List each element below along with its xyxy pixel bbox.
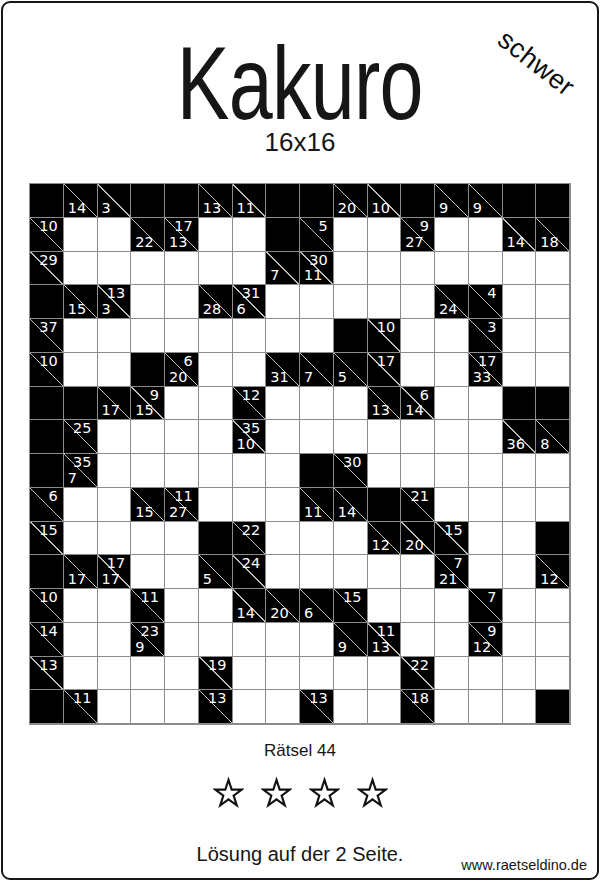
right-clue: 9 bbox=[487, 624, 496, 639]
entry-cell-r1c9[interactable] bbox=[334, 218, 368, 252]
clue-cell-r7c14: 36 bbox=[503, 420, 537, 454]
entry-cell-r6c8[interactable] bbox=[300, 387, 334, 421]
entry-cell-r4c1[interactable] bbox=[64, 319, 98, 353]
block-cell-r6c14 bbox=[503, 387, 537, 421]
down-clue: 14 bbox=[68, 201, 86, 216]
entry-cell-r12c5[interactable] bbox=[199, 589, 233, 623]
entry-cell-r9c15[interactable] bbox=[536, 488, 570, 522]
block-cell-r6c0 bbox=[30, 387, 64, 421]
entry-cell-r15c10[interactable] bbox=[368, 690, 402, 724]
right-clue: 15 bbox=[343, 590, 361, 605]
entry-cell-r2c6[interactable] bbox=[233, 252, 267, 286]
down-clue: 5 bbox=[203, 572, 212, 587]
entry-cell-r13c4[interactable] bbox=[165, 623, 199, 657]
entry-cell-r3c15[interactable] bbox=[536, 285, 570, 319]
entry-cell-r13c7[interactable] bbox=[266, 623, 300, 657]
entry-cell-r14c6[interactable] bbox=[233, 657, 267, 691]
clue-cell-r12c0: 10 bbox=[30, 589, 64, 623]
clue-cell-r12c13: 7 bbox=[469, 589, 503, 623]
clue-cell-r10c6: 22 bbox=[233, 522, 267, 556]
entry-cell-r5c2[interactable] bbox=[98, 353, 132, 387]
clue-cell-r1c14: 14 bbox=[503, 218, 537, 252]
down-clue: 20 bbox=[270, 606, 288, 621]
block-cell-r10c15 bbox=[536, 522, 570, 556]
down-clue: 15 bbox=[68, 302, 86, 317]
down-clue: 18 bbox=[540, 235, 558, 250]
entry-cell-r14c2[interactable] bbox=[98, 657, 132, 691]
clue-cell-r2c8: 1130 bbox=[300, 252, 334, 286]
entry-cell-r14c3[interactable] bbox=[131, 657, 165, 691]
right-clue: 9 bbox=[150, 388, 159, 403]
clue-cell-r2c0: 29 bbox=[30, 252, 64, 286]
right-clue: 31 bbox=[242, 286, 260, 301]
clue-cell-r1c11: 279 bbox=[401, 218, 435, 252]
entry-cell-r3c7[interactable] bbox=[266, 285, 300, 319]
page-title: Kakuro bbox=[177, 31, 423, 135]
entry-cell-r10c9[interactable] bbox=[334, 522, 368, 556]
clue-cell-r13c9: 9 bbox=[334, 623, 368, 657]
entry-cell-r15c7[interactable] bbox=[266, 690, 300, 724]
right-clue: 25 bbox=[73, 421, 91, 436]
clue-cell-r12c9: 15 bbox=[334, 589, 368, 623]
entry-cell-r3c4[interactable] bbox=[165, 285, 199, 319]
entry-cell-r12c11[interactable] bbox=[401, 589, 435, 623]
down-clue: 7 bbox=[68, 471, 77, 486]
entry-cell-r13c1[interactable] bbox=[64, 623, 98, 657]
entry-cell-r5c5[interactable] bbox=[199, 353, 233, 387]
entry-cell-r5c11[interactable] bbox=[401, 353, 435, 387]
clue-cell-r0c9: 20 bbox=[334, 184, 368, 218]
clue-cell-r12c3: 11 bbox=[131, 589, 165, 623]
right-clue: 35 bbox=[242, 421, 260, 436]
right-clue: 37 bbox=[39, 320, 57, 335]
clue-cell-r6c11: 146 bbox=[401, 387, 435, 421]
entry-cell-r15c4[interactable] bbox=[165, 690, 199, 724]
entry-cell-r10c14[interactable] bbox=[503, 522, 537, 556]
entry-cell-r4c3[interactable] bbox=[131, 319, 165, 353]
entry-cell-r14c8[interactable] bbox=[300, 657, 334, 691]
entry-cell-r9c12[interactable] bbox=[435, 488, 469, 522]
entry-cell-r5c14[interactable] bbox=[503, 353, 537, 387]
entry-cell-r11c11[interactable] bbox=[401, 555, 435, 589]
website-url: www.raetseldino.de bbox=[461, 857, 587, 873]
entry-cell-r2c12[interactable] bbox=[435, 252, 469, 286]
clue-cell-r10c12: 15 bbox=[435, 522, 469, 556]
entry-cell-r2c13[interactable] bbox=[469, 252, 503, 286]
entry-cell-r11c10[interactable] bbox=[368, 555, 402, 589]
entry-cell-r4c15[interactable] bbox=[536, 319, 570, 353]
entry-cell-r5c15[interactable] bbox=[536, 353, 570, 387]
entry-cell-r14c7[interactable] bbox=[266, 657, 300, 691]
entry-cell-r6c9[interactable] bbox=[334, 387, 368, 421]
down-clue: 9 bbox=[473, 201, 482, 216]
entry-cell-r13c8[interactable] bbox=[300, 623, 334, 657]
down-clue: 3 bbox=[102, 302, 111, 317]
entry-cell-r7c4[interactable] bbox=[165, 420, 199, 454]
entry-cell-r15c3[interactable] bbox=[131, 690, 165, 724]
entry-cell-r13c11[interactable] bbox=[401, 623, 435, 657]
entry-cell-r3c10[interactable] bbox=[368, 285, 402, 319]
clue-cell-r15c1: 11 bbox=[64, 690, 98, 724]
entry-cell-r14c14[interactable] bbox=[503, 657, 537, 691]
clue-cell-r6c2: 17 bbox=[98, 387, 132, 421]
entry-cell-r15c12[interactable] bbox=[435, 690, 469, 724]
down-clue: 12 bbox=[540, 572, 558, 587]
entry-cell-r10c13[interactable] bbox=[469, 522, 503, 556]
clue-cell-r5c10: 17 bbox=[368, 353, 402, 387]
down-clue: 12 bbox=[473, 640, 491, 655]
block-cell-r0c15 bbox=[536, 184, 570, 218]
down-clue: 33 bbox=[473, 370, 491, 385]
entry-cell-r15c6[interactable] bbox=[233, 690, 267, 724]
entry-cell-r10c8[interactable] bbox=[300, 522, 334, 556]
clue-cell-r13c0: 14 bbox=[30, 623, 64, 657]
right-clue: 13 bbox=[208, 691, 226, 706]
block-cell-r4c9 bbox=[334, 319, 368, 353]
entry-cell-r4c5[interactable] bbox=[199, 319, 233, 353]
right-clue: 6 bbox=[184, 354, 193, 369]
entry-cell-r15c2[interactable] bbox=[98, 690, 132, 724]
entry-cell-r10c1[interactable] bbox=[64, 522, 98, 556]
entry-cell-r2c2[interactable] bbox=[98, 252, 132, 286]
down-clue: 22 bbox=[135, 235, 153, 250]
entry-cell-r4c11[interactable] bbox=[401, 319, 435, 353]
clue-cell-r9c9: 14 bbox=[334, 488, 368, 522]
entry-cell-r13c15[interactable] bbox=[536, 623, 570, 657]
grid-size-subtitle: 16x16 bbox=[0, 129, 600, 155]
entry-cell-r1c13[interactable] bbox=[469, 218, 503, 252]
entry-cell-r5c12[interactable] bbox=[435, 353, 469, 387]
block-cell-r0c7 bbox=[266, 184, 300, 218]
right-clue: 35 bbox=[73, 455, 91, 470]
clue-cell-r15c8: 13 bbox=[300, 690, 334, 724]
clue-cell-r5c9: 5 bbox=[334, 353, 368, 387]
entry-cell-r12c1[interactable] bbox=[64, 589, 98, 623]
entry-cell-r3c11[interactable] bbox=[401, 285, 435, 319]
entry-cell-r1c5[interactable] bbox=[199, 218, 233, 252]
right-clue: 19 bbox=[208, 658, 226, 673]
entry-cell-r8c5[interactable] bbox=[199, 454, 233, 488]
block-cell-r10c5 bbox=[199, 522, 233, 556]
entry-cell-r4c6[interactable] bbox=[233, 319, 267, 353]
right-clue: 13 bbox=[309, 691, 327, 706]
down-clue: 14 bbox=[237, 606, 255, 621]
entry-cell-r7c5[interactable] bbox=[199, 420, 233, 454]
right-clue: 22 bbox=[242, 523, 260, 538]
entry-cell-r12c15[interactable] bbox=[536, 589, 570, 623]
clue-cell-r4c10: 10 bbox=[368, 319, 402, 353]
entry-cell-r8c3[interactable] bbox=[131, 454, 165, 488]
clue-cell-r11c6: 24 bbox=[233, 555, 267, 589]
clue-cell-r1c4: 1317 bbox=[165, 218, 199, 252]
clue-cell-r8c1: 735 bbox=[64, 454, 98, 488]
right-clue: 15 bbox=[39, 523, 57, 538]
clue-cell-r14c0: 13 bbox=[30, 657, 64, 691]
entry-cell-r13c5[interactable] bbox=[199, 623, 233, 657]
entry-cell-r13c6[interactable] bbox=[233, 623, 267, 657]
entry-cell-r15c14[interactable] bbox=[503, 690, 537, 724]
right-clue: 29 bbox=[39, 253, 57, 268]
entry-cell-r8c12[interactable] bbox=[435, 454, 469, 488]
entry-cell-r13c2[interactable] bbox=[98, 623, 132, 657]
right-clue: 17 bbox=[107, 556, 125, 571]
entry-cell-r12c4[interactable] bbox=[165, 589, 199, 623]
entry-cell-r9c7[interactable] bbox=[266, 488, 300, 522]
down-clue: 11 bbox=[304, 505, 322, 520]
star-icon bbox=[213, 776, 244, 809]
clue-cell-r0c13: 9 bbox=[469, 184, 503, 218]
entry-cell-r14c12[interactable] bbox=[435, 657, 469, 691]
entry-cell-r12c2[interactable] bbox=[98, 589, 132, 623]
entry-cell-r9c14[interactable] bbox=[503, 488, 537, 522]
entry-cell-r8c7[interactable] bbox=[266, 454, 300, 488]
entry-cell-r7c9[interactable] bbox=[334, 420, 368, 454]
entry-cell-r3c8[interactable] bbox=[300, 285, 334, 319]
entry-cell-r11c4[interactable] bbox=[165, 555, 199, 589]
entry-cell-r12c10[interactable] bbox=[368, 589, 402, 623]
clue-cell-r0c12: 9 bbox=[435, 184, 469, 218]
entry-cell-r7c10[interactable] bbox=[368, 420, 402, 454]
entry-cell-r5c1[interactable] bbox=[64, 353, 98, 387]
clue-cell-r11c5: 5 bbox=[199, 555, 233, 589]
entry-cell-r2c9[interactable] bbox=[334, 252, 368, 286]
entry-cell-r4c2[interactable] bbox=[98, 319, 132, 353]
block-cell-r0c8 bbox=[300, 184, 334, 218]
down-clue: 27 bbox=[405, 235, 423, 250]
clue-cell-r7c15: 8 bbox=[536, 420, 570, 454]
clue-cell-r11c12: 217 bbox=[435, 555, 469, 589]
block-cell-r11c0 bbox=[30, 555, 64, 589]
entry-cell-r7c13[interactable] bbox=[469, 420, 503, 454]
clue-cell-r5c7: 31 bbox=[266, 353, 300, 387]
block-cell-r8c8 bbox=[300, 454, 334, 488]
entry-cell-r6c4[interactable] bbox=[165, 387, 199, 421]
down-clue: 13 bbox=[203, 201, 221, 216]
entry-cell-r4c7[interactable] bbox=[266, 319, 300, 353]
down-clue: 36 bbox=[507, 437, 525, 452]
entry-cell-r7c3[interactable] bbox=[131, 420, 165, 454]
clue-cell-r4c0: 37 bbox=[30, 319, 64, 353]
right-clue: 10 bbox=[377, 320, 395, 335]
down-clue: 27 bbox=[169, 505, 187, 520]
clue-cell-r8c9: 30 bbox=[334, 454, 368, 488]
down-clue: 17 bbox=[68, 572, 86, 587]
entry-cell-r14c1[interactable] bbox=[64, 657, 98, 691]
down-clue: 7 bbox=[304, 370, 313, 385]
clue-cell-r5c8: 7 bbox=[300, 353, 334, 387]
entry-cell-r7c7[interactable] bbox=[266, 420, 300, 454]
block-cell-r7c0 bbox=[30, 420, 64, 454]
entry-cell-r15c13[interactable] bbox=[469, 690, 503, 724]
right-clue: 5 bbox=[319, 219, 328, 234]
down-clue: 9 bbox=[135, 640, 144, 655]
entry-cell-r10c2[interactable] bbox=[98, 522, 132, 556]
block-cell-r0c0 bbox=[30, 184, 64, 218]
entry-cell-r2c3[interactable] bbox=[131, 252, 165, 286]
block-cell-r6c1 bbox=[64, 387, 98, 421]
entry-cell-r9c1[interactable] bbox=[64, 488, 98, 522]
right-clue: 6 bbox=[420, 388, 429, 403]
clue-cell-r4c13: 3 bbox=[469, 319, 503, 353]
down-clue: 13 bbox=[372, 403, 390, 418]
clue-cell-r13c10: 1311 bbox=[368, 623, 402, 657]
clue-cell-r1c15: 18 bbox=[536, 218, 570, 252]
down-clue: 14 bbox=[338, 505, 356, 520]
clue-cell-r2c7: 7 bbox=[266, 252, 300, 286]
entry-cell-r1c12[interactable] bbox=[435, 218, 469, 252]
entry-cell-r9c6[interactable] bbox=[233, 488, 267, 522]
right-clue: 11 bbox=[377, 624, 395, 639]
clue-cell-r11c2: 1717 bbox=[98, 555, 132, 589]
entry-cell-r6c12[interactable] bbox=[435, 387, 469, 421]
clue-cell-r3c13: 4 bbox=[469, 285, 503, 319]
entry-cell-r6c7[interactable] bbox=[266, 387, 300, 421]
right-clue: 7 bbox=[454, 556, 463, 571]
entry-cell-r3c3[interactable] bbox=[131, 285, 165, 319]
down-clue: 11 bbox=[237, 201, 255, 216]
right-clue: 18 bbox=[411, 691, 429, 706]
entry-cell-r15c9[interactable] bbox=[334, 690, 368, 724]
down-clue: 6 bbox=[304, 606, 313, 621]
entry-cell-r3c9[interactable] bbox=[334, 285, 368, 319]
entry-cell-r7c8[interactable] bbox=[300, 420, 334, 454]
entry-cell-r7c11[interactable] bbox=[401, 420, 435, 454]
entry-cell-r11c9[interactable] bbox=[334, 555, 368, 589]
down-clue: 17 bbox=[102, 572, 120, 587]
entry-cell-r6c5[interactable] bbox=[199, 387, 233, 421]
clue-cell-r6c6: 12 bbox=[233, 387, 267, 421]
clue-cell-r10c11: 20 bbox=[401, 522, 435, 556]
right-clue: 10 bbox=[39, 590, 57, 605]
entry-cell-r9c13[interactable] bbox=[469, 488, 503, 522]
clue-cell-r12c8: 6 bbox=[300, 589, 334, 623]
right-clue: 30 bbox=[309, 253, 327, 268]
entry-cell-r11c3[interactable] bbox=[131, 555, 165, 589]
right-clue: 17 bbox=[478, 354, 496, 369]
entry-cell-r2c15[interactable] bbox=[536, 252, 570, 286]
block-cell-r0c3 bbox=[131, 184, 165, 218]
entry-cell-r9c5[interactable] bbox=[199, 488, 233, 522]
entry-cell-r8c14[interactable] bbox=[503, 454, 537, 488]
star-icon bbox=[357, 776, 388, 809]
entry-cell-r14c15[interactable] bbox=[536, 657, 570, 691]
entry-cell-r11c14[interactable] bbox=[503, 555, 537, 589]
right-clue: 9 bbox=[420, 219, 429, 234]
entry-cell-r8c2[interactable] bbox=[98, 454, 132, 488]
entry-cell-r11c8[interactable] bbox=[300, 555, 334, 589]
down-clue: 24 bbox=[439, 302, 457, 317]
clue-cell-r3c2: 313 bbox=[98, 285, 132, 319]
clue-cell-r1c8: 5 bbox=[300, 218, 334, 252]
entry-cell-r11c13[interactable] bbox=[469, 555, 503, 589]
entry-cell-r10c3[interactable] bbox=[131, 522, 165, 556]
right-clue: 13 bbox=[39, 658, 57, 673]
entry-cell-r14c4[interactable] bbox=[165, 657, 199, 691]
entry-cell-r14c10[interactable] bbox=[368, 657, 402, 691]
block-cell-r9c10 bbox=[368, 488, 402, 522]
down-clue: 10 bbox=[237, 437, 255, 452]
entry-cell-r5c6[interactable] bbox=[233, 353, 267, 387]
entry-cell-r1c6[interactable] bbox=[233, 218, 267, 252]
entry-cell-r2c4[interactable] bbox=[165, 252, 199, 286]
entry-cell-r7c12[interactable] bbox=[435, 420, 469, 454]
clue-cell-r13c3: 923 bbox=[131, 623, 165, 657]
clue-cell-r1c0: 10 bbox=[30, 218, 64, 252]
clue-cell-r15c11: 18 bbox=[401, 690, 435, 724]
right-clue: 3 bbox=[487, 320, 496, 335]
kakuro-grid: 1431311201099102213175279141829711301531… bbox=[29, 183, 571, 725]
entry-cell-r14c13[interactable] bbox=[469, 657, 503, 691]
entry-cell-r8c11[interactable] bbox=[401, 454, 435, 488]
entry-cell-r13c14[interactable] bbox=[503, 623, 537, 657]
entry-cell-r12c12[interactable] bbox=[435, 589, 469, 623]
entry-cell-r1c1[interactable] bbox=[64, 218, 98, 252]
right-clue: 22 bbox=[411, 658, 429, 673]
right-clue: 11 bbox=[174, 489, 192, 504]
right-clue: 13 bbox=[107, 286, 125, 301]
down-clue: 13 bbox=[169, 235, 187, 250]
right-clue: 15 bbox=[444, 523, 462, 538]
entry-cell-r2c11[interactable] bbox=[401, 252, 435, 286]
entry-cell-r9c2[interactable] bbox=[98, 488, 132, 522]
clue-cell-r13c13: 129 bbox=[469, 623, 503, 657]
entry-cell-r10c7[interactable] bbox=[266, 522, 300, 556]
clue-cell-r0c1: 14 bbox=[64, 184, 98, 218]
entry-cell-r4c14[interactable] bbox=[503, 319, 537, 353]
entry-cell-r2c5[interactable] bbox=[199, 252, 233, 286]
entry-cell-r3c14[interactable] bbox=[503, 285, 537, 319]
entry-cell-r13c12[interactable] bbox=[435, 623, 469, 657]
clue-cell-r14c11: 22 bbox=[401, 657, 435, 691]
entry-cell-r1c10[interactable] bbox=[368, 218, 402, 252]
entry-cell-r14c9[interactable] bbox=[334, 657, 368, 691]
right-clue: 14 bbox=[39, 624, 57, 639]
clue-cell-r9c4: 2711 bbox=[165, 488, 199, 522]
down-clue: 9 bbox=[439, 201, 448, 216]
clue-cell-r12c6: 14 bbox=[233, 589, 267, 623]
entry-cell-r12c14[interactable] bbox=[503, 589, 537, 623]
entry-cell-r8c10[interactable] bbox=[368, 454, 402, 488]
entry-cell-r2c14[interactable] bbox=[503, 252, 537, 286]
entry-cell-r10c4[interactable] bbox=[165, 522, 199, 556]
down-clue: 9 bbox=[338, 640, 347, 655]
right-clue: 17 bbox=[377, 354, 395, 369]
entry-cell-r8c13[interactable] bbox=[469, 454, 503, 488]
entry-cell-r4c4[interactable] bbox=[165, 319, 199, 353]
right-clue: 4 bbox=[487, 286, 496, 301]
down-clue: 28 bbox=[203, 302, 221, 317]
entry-cell-r11c7[interactable] bbox=[266, 555, 300, 589]
entry-cell-r8c4[interactable] bbox=[165, 454, 199, 488]
down-clue: 10 bbox=[372, 201, 390, 216]
entry-cell-r2c1[interactable] bbox=[64, 252, 98, 286]
entry-cell-r8c15[interactable] bbox=[536, 454, 570, 488]
down-clue: 6 bbox=[237, 302, 246, 317]
entry-cell-r4c12[interactable] bbox=[435, 319, 469, 353]
entry-cell-r1c2[interactable] bbox=[98, 218, 132, 252]
down-clue: 15 bbox=[135, 505, 153, 520]
block-cell-r15c0 bbox=[30, 690, 64, 724]
entry-cell-r4c8[interactable] bbox=[300, 319, 334, 353]
entry-cell-r7c2[interactable] bbox=[98, 420, 132, 454]
down-clue: 21 bbox=[439, 572, 457, 587]
entry-cell-r8c6[interactable] bbox=[233, 454, 267, 488]
clue-cell-r0c2: 3 bbox=[98, 184, 132, 218]
down-clue: 7 bbox=[270, 268, 279, 283]
clue-cell-r7c1: 25 bbox=[64, 420, 98, 454]
entry-cell-r2c10[interactable] bbox=[368, 252, 402, 286]
entry-cell-r6c13[interactable] bbox=[469, 387, 503, 421]
